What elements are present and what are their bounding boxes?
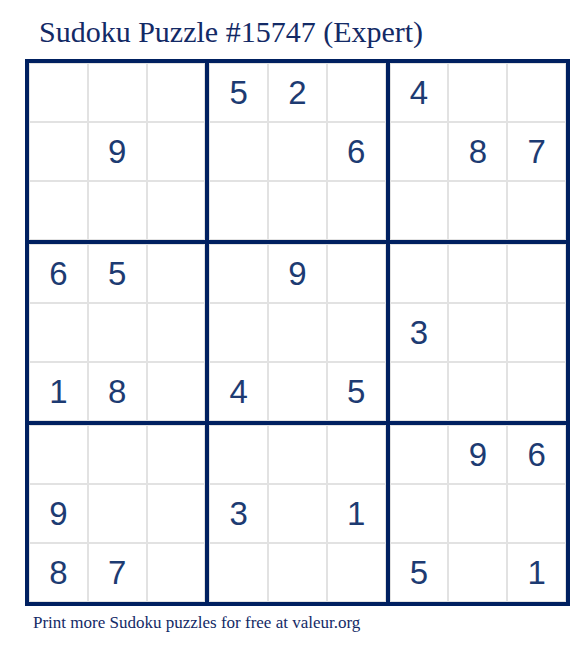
cell-r9c1: 8 (29, 543, 88, 602)
cell-r2c1 (29, 122, 88, 181)
cell-r6c5 (268, 362, 327, 421)
page-title: Sudoku Puzzle #15747 (Expert) (39, 14, 423, 50)
cell-r7c3 (147, 425, 206, 484)
cell-r8c3 (147, 484, 206, 543)
cell-r4c2: 5 (88, 244, 147, 303)
cell-r9c8 (448, 543, 507, 602)
box-1: 9 (27, 61, 207, 242)
cell-r5c5 (268, 303, 327, 362)
footer-text: Print more Sudoku puzzles for free at va… (33, 612, 360, 634)
cell-r5c2 (88, 303, 147, 362)
cell-r4c4 (209, 244, 268, 303)
cell-r6c6: 5 (327, 362, 386, 421)
box-7: 987 (27, 423, 207, 604)
cell-r2c8: 8 (448, 122, 507, 181)
cell-r4c9 (507, 244, 566, 303)
cell-r4c7 (390, 244, 449, 303)
cell-r9c4 (209, 543, 268, 602)
cell-r1c7: 4 (390, 63, 449, 122)
cell-r6c2: 8 (88, 362, 147, 421)
cell-r7c2 (88, 425, 147, 484)
cell-r2c9: 7 (507, 122, 566, 181)
cell-r3c5 (268, 181, 327, 240)
cell-r7c1 (29, 425, 88, 484)
cell-r1c9 (507, 63, 566, 122)
cell-r6c8 (448, 362, 507, 421)
cell-r1c2 (88, 63, 147, 122)
cell-r7c4 (209, 425, 268, 484)
cell-r6c1: 1 (29, 362, 88, 421)
cell-r3c4 (209, 181, 268, 240)
cell-r1c6 (327, 63, 386, 122)
cell-r2c3 (147, 122, 206, 181)
box-8: 31 (207, 423, 387, 604)
cell-r9c6 (327, 543, 386, 602)
cell-r1c3 (147, 63, 206, 122)
cell-r3c6 (327, 181, 386, 240)
cell-r5c8 (448, 303, 507, 362)
cell-r2c4 (209, 122, 268, 181)
cell-r4c3 (147, 244, 206, 303)
cell-r4c5: 9 (268, 244, 327, 303)
cell-r8c9 (507, 484, 566, 543)
box-6: 3 (388, 242, 568, 423)
page: Sudoku Puzzle #15747 (Expert) 9526487651… (0, 0, 580, 651)
cell-r2c7 (390, 122, 449, 181)
cell-r8c2 (88, 484, 147, 543)
cell-r2c6: 6 (327, 122, 386, 181)
cell-r5c6 (327, 303, 386, 362)
cell-r3c8 (448, 181, 507, 240)
cell-r3c9 (507, 181, 566, 240)
cell-r6c9 (507, 362, 566, 421)
cell-r1c8 (448, 63, 507, 122)
cell-r3c1 (29, 181, 88, 240)
cell-r9c5 (268, 543, 327, 602)
cell-r5c1 (29, 303, 88, 362)
cell-r3c2 (88, 181, 147, 240)
cell-r5c4 (209, 303, 268, 362)
cell-r2c5 (268, 122, 327, 181)
cell-r6c4: 4 (209, 362, 268, 421)
cell-r1c1 (29, 63, 88, 122)
cell-r8c5 (268, 484, 327, 543)
cell-r5c9 (507, 303, 566, 362)
cell-r9c2: 7 (88, 543, 147, 602)
cell-r8c4: 3 (209, 484, 268, 543)
cell-r7c6 (327, 425, 386, 484)
cell-r7c8: 9 (448, 425, 507, 484)
cell-r4c8 (448, 244, 507, 303)
cell-r8c8 (448, 484, 507, 543)
cell-r9c7: 5 (390, 543, 449, 602)
cell-r3c3 (147, 181, 206, 240)
cell-r1c5: 2 (268, 63, 327, 122)
cell-r6c3 (147, 362, 206, 421)
cell-r5c7: 3 (390, 303, 449, 362)
cell-r7c5 (268, 425, 327, 484)
cell-r8c7 (390, 484, 449, 543)
cell-r4c6 (327, 244, 386, 303)
cell-r4c1: 6 (29, 244, 88, 303)
box-3: 487 (388, 61, 568, 242)
cell-r7c7 (390, 425, 449, 484)
cell-r7c9: 6 (507, 425, 566, 484)
cell-r8c6: 1 (327, 484, 386, 543)
cell-r9c9: 1 (507, 543, 566, 602)
cell-r1c4: 5 (209, 63, 268, 122)
box-2: 526 (207, 61, 387, 242)
box-4: 6518 (27, 242, 207, 423)
cell-r3c7 (390, 181, 449, 240)
cell-r2c2: 9 (88, 122, 147, 181)
cell-r9c3 (147, 543, 206, 602)
cell-r5c3 (147, 303, 206, 362)
cell-r8c1: 9 (29, 484, 88, 543)
box-5: 945 (207, 242, 387, 423)
box-9: 9651 (388, 423, 568, 604)
cell-r6c7 (390, 362, 449, 421)
sudoku-board: 952648765189453987319651 (25, 59, 570, 606)
